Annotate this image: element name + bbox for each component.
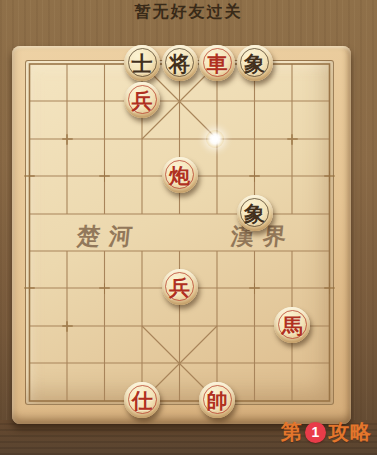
position-mark [24,283,35,294]
piece-red-cannon[interactable]: 炮 [162,157,198,193]
piece-glyph: 馬 [282,314,303,336]
river-label-left: 楚河 [75,221,142,252]
piece-glyph: 象 [244,202,265,224]
position-mark [99,171,110,182]
piece-glyph: 士 [132,52,153,74]
piece-black-advisor[interactable]: 士 [124,45,160,81]
piece-glyph: 帥 [207,389,228,411]
piece-red-soldier[interactable]: 兵 [124,82,160,118]
piece-red-horse[interactable]: 馬 [274,307,310,343]
position-mark [62,134,73,145]
piece-glyph: 象 [244,52,265,74]
watermark-prefix: 第 [281,418,303,446]
piece-red-soldier-2[interactable]: 兵 [162,269,198,305]
position-mark [249,283,260,294]
xiangqi-board[interactable] [12,46,351,424]
xiangqi-app-screen: 暂无好友过关 楚河 漢界 士将車象兵炮象兵馬仕帥 第 1 攻略 [0,0,377,455]
piece-glyph: 将 [169,52,190,74]
piece-glyph: 仕 [132,389,153,411]
watermark-badge-icon: 1 [305,422,326,443]
piece-black-elephant-2[interactable]: 象 [237,195,273,231]
piece-glyph: 兵 [169,276,190,298]
position-mark [324,283,335,294]
position-mark [324,171,335,182]
position-mark [24,171,35,182]
sparkle-glint [206,130,224,148]
piece-glyph: 車 [207,52,228,74]
piece-red-advisor[interactable]: 仕 [124,382,160,418]
position-mark [249,171,260,182]
piece-red-general[interactable]: 帥 [199,382,235,418]
watermark-suffix: 攻略 [328,418,372,446]
status-text: 暂无好友过关 [0,2,377,23]
piece-black-elephant[interactable]: 象 [237,45,273,81]
piece-glyph: 炮 [169,164,190,186]
piece-glyph: 兵 [132,89,153,111]
watermark: 第 1 攻略 [281,418,372,446]
position-mark [62,321,73,332]
position-mark [99,283,110,294]
piece-red-chariot[interactable]: 車 [199,45,235,81]
piece-black-general[interactable]: 将 [162,45,198,81]
position-mark [287,134,298,145]
